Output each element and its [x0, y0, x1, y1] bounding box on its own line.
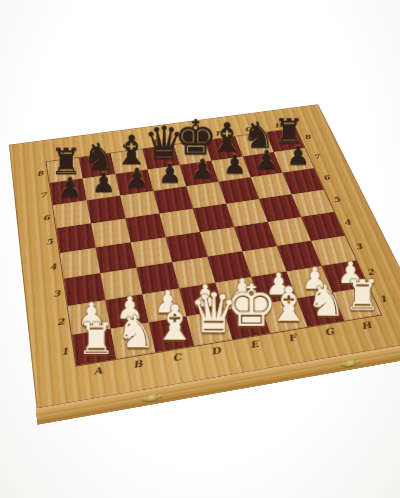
piece-black-pawn[interactable]: ♟: [124, 165, 148, 192]
board-square[interactable]: [268, 217, 311, 246]
board-square[interactable]: ♟: [211, 156, 250, 181]
scene: ABCDEFGH ABCDEFGH 87654321 87654321 ♜♞♝♛…: [0, 0, 400, 498]
piece-white-knight[interactable]: ♞: [115, 309, 156, 354]
board-square[interactable]: ♟: [115, 170, 153, 196]
piece-black-pawn[interactable]: ♟: [157, 161, 181, 188]
board-square[interactable]: ♟: [243, 152, 283, 177]
piece-black-pawn[interactable]: ♟: [286, 143, 309, 169]
board-square[interactable]: [159, 209, 200, 238]
brass-clasp: [344, 358, 358, 367]
piece-black-pawn[interactable]: ♟: [91, 170, 115, 197]
board-square[interactable]: ♟: [148, 165, 186, 191]
piece-white-rook[interactable]: ♜: [344, 275, 381, 317]
piece-black-pawn[interactable]: ♟: [254, 148, 278, 174]
board-square[interactable]: ♟: [83, 174, 121, 200]
board-square[interactable]: [91, 218, 131, 247]
board-square[interactable]: [120, 191, 159, 218]
piece-white-rook[interactable]: ♜: [77, 317, 116, 360]
board-square[interactable]: ♞: [111, 322, 156, 358]
piece-white-knight[interactable]: ♞: [306, 278, 345, 322]
board-square[interactable]: ♟: [50, 178, 87, 205]
piece-black-pawn[interactable]: ♟: [190, 156, 214, 183]
board-square[interactable]: [166, 232, 208, 262]
board-square[interactable]: [53, 200, 91, 228]
piece-black-pawn[interactable]: ♟: [222, 152, 246, 178]
brass-clasp: [145, 393, 159, 402]
board-square[interactable]: [56, 223, 95, 253]
chess-board: ABCDEFGH ABCDEFGH 87654321 87654321 ♜♞♝♛…: [9, 104, 400, 409]
piece-black-pawn[interactable]: ♟: [57, 175, 81, 202]
photo-background: ABCDEFGH ABCDEFGH 87654321 87654321 ♜♞♝♛…: [0, 0, 400, 498]
board-square[interactable]: ♜: [72, 329, 116, 366]
piece-white-bishop[interactable]: ♝: [153, 299, 196, 347]
